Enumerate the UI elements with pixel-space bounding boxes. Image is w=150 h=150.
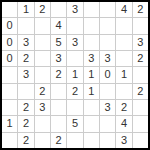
empty-cell[interactable] [67,100,82,115]
clue-cell: 1 [84,67,99,82]
empty-cell[interactable] [116,51,131,66]
clue-cell: 2 [116,100,131,115]
empty-cell[interactable] [2,67,17,82]
empty-cell[interactable] [100,18,115,33]
empty-cell[interactable] [116,18,131,33]
empty-cell[interactable] [100,2,115,17]
puzzle-board: 123420403533023332321101221223321254223 [0,0,150,150]
empty-cell[interactable] [100,116,115,131]
empty-cell[interactable] [35,133,50,148]
clue-cell: 3 [67,35,82,50]
empty-cell[interactable] [2,133,17,148]
clue-cell: 2 [18,100,33,115]
empty-cell[interactable] [2,84,17,99]
clue-cell: 2 [133,51,148,66]
clue-cell: 1 [116,67,131,82]
empty-cell[interactable] [84,18,99,33]
clue-cell: 3 [84,51,99,66]
clue-cell: 2 [18,116,33,131]
empty-cell[interactable] [67,133,82,148]
clue-cell: 5 [67,116,82,131]
empty-cell[interactable] [133,116,148,131]
empty-cell[interactable] [100,133,115,148]
empty-cell[interactable] [18,84,33,99]
clue-cell: 2 [35,84,50,99]
empty-cell[interactable] [51,100,66,115]
empty-cell[interactable] [133,100,148,115]
clue-cell: 3 [100,51,115,66]
empty-cell[interactable] [51,84,66,99]
clue-cell: 3 [133,35,148,50]
clue-cell: 4 [116,2,131,17]
clue-cell: 3 [35,100,50,115]
clue-cell: 3 [51,51,66,66]
clue-cell: 2 [18,133,33,148]
empty-cell[interactable] [133,133,148,148]
clue-cell: 3 [18,67,33,82]
empty-cell[interactable] [100,35,115,50]
empty-cell[interactable] [133,18,148,33]
clue-cell: 0 [2,18,17,33]
clue-cell: 3 [100,100,115,115]
empty-cell[interactable] [67,51,82,66]
clue-cell: 2 [67,84,82,99]
empty-cell[interactable] [18,18,33,33]
clue-cell: 1 [84,84,99,99]
clue-cell: 3 [116,133,131,148]
clue-cell: 2 [133,84,148,99]
clue-cell: 0 [2,51,17,66]
empty-cell[interactable] [84,116,99,131]
clue-cell: 2 [18,51,33,66]
clue-cell: 1 [67,67,82,82]
empty-cell[interactable] [84,2,99,17]
clue-cell: 5 [51,35,66,50]
empty-cell[interactable] [35,18,50,33]
empty-cell[interactable] [35,116,50,131]
empty-cell[interactable] [100,84,115,99]
clue-cell: 3 [18,35,33,50]
clue-cell: 2 [51,67,66,82]
empty-cell[interactable] [67,18,82,33]
empty-cell[interactable] [35,67,50,82]
clue-cell: 2 [35,2,50,17]
empty-cell[interactable] [84,133,99,148]
clue-cell: 4 [51,18,66,33]
empty-cell[interactable] [84,35,99,50]
clue-cell: 4 [116,116,131,131]
clue-cell: 1 [2,116,17,131]
clue-cell: 1 [18,2,33,17]
clue-cell: 0 [100,67,115,82]
empty-cell[interactable] [35,51,50,66]
empty-cell[interactable] [116,84,131,99]
empty-cell[interactable] [51,116,66,131]
empty-cell[interactable] [2,2,17,17]
clue-cell: 0 [2,35,17,50]
empty-cell[interactable] [133,67,148,82]
empty-cell[interactable] [51,2,66,17]
empty-cell[interactable] [2,100,17,115]
empty-cell[interactable] [35,35,50,50]
clue-cell: 3 [67,2,82,17]
clue-cell: 2 [133,2,148,17]
empty-cell[interactable] [84,100,99,115]
empty-cell[interactable] [116,35,131,50]
clue-cell: 2 [51,133,66,148]
